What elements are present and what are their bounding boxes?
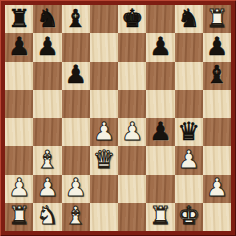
square-a6[interactable] [5,62,33,90]
square-c8[interactable]: ♝ [62,5,90,33]
square-b3[interactable]: ♝ [33,146,61,174]
square-b4[interactable] [33,118,61,146]
square-g6[interactable] [175,62,203,90]
square-h6[interactable]: ♝ [203,62,231,90]
black-pawn[interactable]: ♟ [149,34,171,59]
square-d5[interactable] [90,90,118,118]
square-g5[interactable] [175,90,203,118]
square-f4[interactable]: ♟ [146,118,174,146]
square-e5[interactable] [118,90,146,118]
black-pawn[interactable]: ♟ [36,34,58,59]
square-h7[interactable]: ♟ [203,33,231,61]
square-g8[interactable]: ♞ [175,5,203,33]
square-d1[interactable] [90,203,118,231]
square-c6[interactable]: ♟ [62,62,90,90]
square-b8[interactable]: ♞ [33,5,61,33]
square-g1[interactable]: ♚ [175,203,203,231]
black-king[interactable]: ♚ [121,6,143,31]
black-pawn[interactable]: ♟ [64,62,86,87]
square-a4[interactable] [5,118,33,146]
square-e2[interactable] [118,175,146,203]
black-rook[interactable]: ♜ [8,6,30,31]
square-f3[interactable] [146,146,174,174]
square-g2[interactable] [175,175,203,203]
square-a5[interactable] [5,90,33,118]
square-a8[interactable]: ♜ [5,5,33,33]
white-pawn[interactable]: ♟ [206,175,228,200]
white-pawn[interactable]: ♟ [64,175,86,200]
black-pawn[interactable]: ♟ [8,34,30,59]
square-g4[interactable]: ♛ [175,118,203,146]
square-g7[interactable] [175,33,203,61]
square-h3[interactable] [203,146,231,174]
square-d6[interactable] [90,62,118,90]
square-c1[interactable]: ♝ [62,203,90,231]
square-c2[interactable]: ♟ [62,175,90,203]
square-d3[interactable]: ♛ [90,146,118,174]
square-e8[interactable]: ♚ [118,5,146,33]
white-pawn[interactable]: ♟ [93,119,115,144]
square-c3[interactable] [62,146,90,174]
square-f8[interactable] [146,5,174,33]
square-f7[interactable]: ♟ [146,33,174,61]
black-pawn[interactable]: ♟ [206,34,228,59]
square-g3[interactable]: ♟ [175,146,203,174]
square-b5[interactable] [33,90,61,118]
black-knight[interactable]: ♞ [177,6,199,31]
black-knight[interactable]: ♞ [36,6,58,31]
black-queen[interactable]: ♛ [177,119,199,144]
chess-board-frame: ♜♞♝♚♞♜♟♟♟♟♟♝♟♟♟♛♝♛♟♟♟♟♟♜♞♝♜♚ [0,0,236,236]
white-bishop[interactable]: ♝ [64,203,86,228]
black-bishop[interactable]: ♝ [206,62,228,87]
black-pawn[interactable]: ♟ [149,119,171,144]
square-e6[interactable] [118,62,146,90]
square-h5[interactable] [203,90,231,118]
white-pawn[interactable]: ♟ [177,147,199,172]
white-knight[interactable]: ♞ [36,203,58,228]
square-d7[interactable] [90,33,118,61]
square-h4[interactable] [203,118,231,146]
white-rook[interactable]: ♜ [8,203,30,228]
square-d4[interactable]: ♟ [90,118,118,146]
square-a7[interactable]: ♟ [5,33,33,61]
white-rook[interactable]: ♜ [149,203,171,228]
black-bishop[interactable]: ♝ [64,6,86,31]
square-f2[interactable] [146,175,174,203]
square-f5[interactable] [146,90,174,118]
square-f1[interactable]: ♜ [146,203,174,231]
white-rook[interactable]: ♜ [206,6,228,31]
square-b1[interactable]: ♞ [33,203,61,231]
white-bishop[interactable]: ♝ [36,147,58,172]
square-a2[interactable]: ♟ [5,175,33,203]
square-a3[interactable] [5,146,33,174]
square-c7[interactable] [62,33,90,61]
white-pawn[interactable]: ♟ [8,175,30,200]
white-king[interactable]: ♚ [177,203,199,228]
white-queen[interactable]: ♛ [93,147,115,172]
square-c5[interactable] [62,90,90,118]
white-pawn[interactable]: ♟ [36,175,58,200]
white-pawn[interactable]: ♟ [121,119,143,144]
square-h8[interactable]: ♜ [203,5,231,33]
square-a1[interactable]: ♜ [5,203,33,231]
square-d2[interactable] [90,175,118,203]
square-f6[interactable] [146,62,174,90]
square-e3[interactable] [118,146,146,174]
square-e4[interactable]: ♟ [118,118,146,146]
square-d8[interactable] [90,5,118,33]
square-b2[interactable]: ♟ [33,175,61,203]
square-b6[interactable] [33,62,61,90]
square-h2[interactable]: ♟ [203,175,231,203]
square-h1[interactable] [203,203,231,231]
square-c4[interactable] [62,118,90,146]
square-b7[interactable]: ♟ [33,33,61,61]
square-e7[interactable] [118,33,146,61]
square-e1[interactable] [118,203,146,231]
chess-board: ♜♞♝♚♞♜♟♟♟♟♟♝♟♟♟♛♝♛♟♟♟♟♟♜♞♝♜♚ [5,5,231,231]
